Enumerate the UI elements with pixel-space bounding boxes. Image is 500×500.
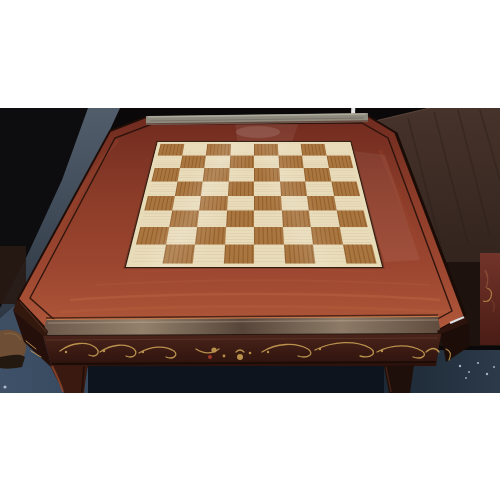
board-square: [197, 210, 226, 226]
red-flower-accent: [208, 355, 212, 359]
board-square: [339, 227, 372, 245]
board-square: [175, 181, 203, 195]
board-square: [326, 155, 353, 167]
board-square: [203, 167, 229, 180]
board-square: [182, 143, 207, 155]
board-square: [254, 143, 278, 155]
board-square: [177, 167, 204, 180]
chessboard: [124, 141, 383, 268]
board-square: [281, 210, 310, 226]
board-square: [278, 155, 304, 167]
board-square: [254, 195, 281, 210]
board-square: [206, 143, 231, 155]
board-square: [302, 155, 328, 167]
board-square: [204, 155, 230, 167]
board-square: [301, 143, 326, 155]
board-square: [169, 210, 199, 226]
board-square: [162, 244, 195, 263]
screenshot: [0, 0, 500, 500]
board-square: [228, 181, 255, 195]
board-square: [342, 244, 376, 263]
board-square: [151, 167, 179, 180]
board-square: [131, 244, 165, 263]
board-square: [307, 195, 336, 210]
board-square: [158, 143, 184, 155]
board-square: [172, 195, 201, 210]
board-square: [324, 143, 350, 155]
board-square: [229, 155, 254, 167]
board-square: [304, 167, 331, 180]
board-square: [254, 181, 281, 195]
red-drape: [480, 253, 500, 345]
board-square: [282, 227, 313, 245]
board-square: [279, 167, 305, 180]
board-square: [254, 210, 282, 226]
board-square: [144, 195, 174, 210]
board-square: [334, 195, 364, 210]
white-matte-bottom: [0, 393, 500, 500]
board-square: [193, 244, 225, 263]
board-square: [328, 167, 356, 180]
board-square: [254, 167, 280, 180]
board-square: [136, 227, 169, 245]
board-square: [199, 195, 227, 210]
chessboard-frame: [124, 141, 383, 268]
board-square: [254, 227, 283, 245]
board-square: [230, 143, 254, 155]
board-square: [148, 181, 177, 195]
board-square: [225, 227, 254, 245]
board-square: [336, 210, 367, 226]
board-square: [313, 244, 346, 263]
board-square: [228, 167, 254, 180]
under-table-shadow: [88, 366, 384, 393]
board-square: [180, 155, 206, 167]
board-square: [195, 227, 226, 245]
board-square: [277, 143, 302, 155]
board-square: [140, 210, 171, 226]
board-square: [254, 155, 279, 167]
board-square: [166, 227, 198, 245]
board-square: [223, 244, 254, 263]
board-square: [283, 244, 315, 263]
white-matte-top: [0, 0, 500, 108]
chess-table-photo: [0, 108, 500, 393]
board-square: [254, 244, 285, 263]
board-square: [311, 227, 343, 245]
board-square: [227, 195, 254, 210]
board-square: [280, 181, 307, 195]
board-square: [281, 195, 309, 210]
board-square: [305, 181, 333, 195]
board-square: [331, 181, 360, 195]
board-grid: [131, 143, 376, 263]
board-square: [201, 181, 228, 195]
board-square: [309, 210, 339, 226]
board-square: [155, 155, 182, 167]
board-square: [226, 210, 254, 226]
